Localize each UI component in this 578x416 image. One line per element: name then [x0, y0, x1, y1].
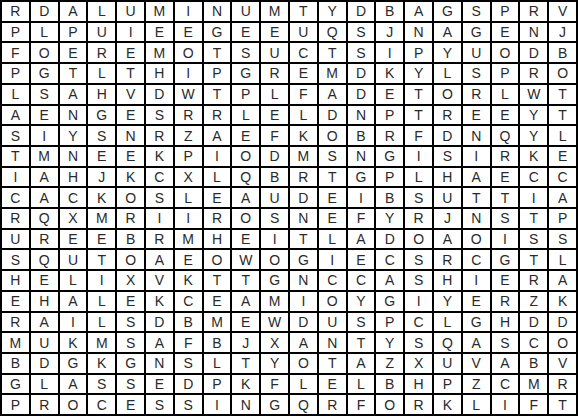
grid-cell[interactable]: E	[116, 105, 145, 126]
grid-cell[interactable]: A	[433, 229, 462, 250]
grid-cell[interactable]: L	[203, 167, 232, 188]
grid-cell[interactable]: G	[1, 374, 30, 395]
grid-cell[interactable]: I	[289, 291, 318, 312]
grid-cell[interactable]: K	[519, 146, 548, 167]
grid-cell[interactable]: F	[404, 125, 433, 146]
grid-cell[interactable]: I	[203, 394, 232, 415]
grid-cell[interactable]: N	[318, 332, 347, 353]
grid-cell[interactable]: O	[548, 332, 577, 353]
grid-cell[interactable]: B	[174, 312, 203, 333]
grid-cell[interactable]: P	[203, 374, 232, 395]
grid-cell[interactable]: N	[116, 125, 145, 146]
grid-cell[interactable]: M	[519, 374, 548, 395]
grid-cell[interactable]: R	[318, 394, 347, 415]
grid-cell[interactable]: S	[116, 332, 145, 353]
grid-cell[interactable]: U	[462, 42, 491, 63]
grid-cell[interactable]: E	[318, 208, 347, 229]
grid-cell[interactable]: R	[375, 125, 404, 146]
grid-cell[interactable]: D	[347, 1, 376, 22]
grid-cell[interactable]: E	[318, 187, 347, 208]
grid-cell[interactable]: T	[87, 249, 116, 270]
grid-cell[interactable]: T	[318, 42, 347, 63]
grid-cell[interactable]: U	[260, 187, 289, 208]
grid-cell[interactable]: F	[347, 394, 376, 415]
grid-cell[interactable]: C	[462, 249, 491, 270]
grid-cell[interactable]: T	[231, 353, 260, 374]
grid-cell[interactable]: J	[433, 208, 462, 229]
grid-cell[interactable]: R	[1, 312, 30, 333]
grid-cell[interactable]: O	[260, 249, 289, 270]
grid-cell[interactable]: E	[203, 291, 232, 312]
grid-cell[interactable]: B	[375, 187, 404, 208]
grid-cell[interactable]: J	[375, 22, 404, 43]
grid-cell[interactable]: P	[375, 312, 404, 333]
grid-cell[interactable]: I	[462, 270, 491, 291]
grid-cell[interactable]: Z	[462, 374, 491, 395]
grid-cell[interactable]: L	[462, 394, 491, 415]
grid-cell[interactable]: E	[318, 374, 347, 395]
grid-cell[interactable]: S	[491, 332, 520, 353]
grid-cell[interactable]: S	[145, 105, 174, 126]
grid-cell[interactable]: J	[87, 167, 116, 188]
grid-cell[interactable]: L	[548, 125, 577, 146]
grid-cell[interactable]: L	[87, 1, 116, 22]
grid-cell[interactable]: T	[404, 105, 433, 126]
grid-cell[interactable]: S	[116, 312, 145, 333]
grid-cell[interactable]: D	[318, 105, 347, 126]
grid-cell[interactable]: D	[375, 229, 404, 250]
grid-cell[interactable]: C	[404, 312, 433, 333]
grid-cell[interactable]: M	[87, 208, 116, 229]
grid-cell[interactable]: N	[145, 353, 174, 374]
grid-cell[interactable]: N	[59, 105, 88, 126]
grid-cell[interactable]: Z	[519, 291, 548, 312]
grid-cell[interactable]: W	[231, 249, 260, 270]
grid-cell[interactable]: A	[347, 229, 376, 250]
grid-cell[interactable]: N	[289, 270, 318, 291]
grid-cell[interactable]: I	[260, 229, 289, 250]
grid-cell[interactable]: B	[203, 332, 232, 353]
grid-cell[interactable]: T	[231, 270, 260, 291]
grid-cell[interactable]: S	[404, 187, 433, 208]
grid-cell[interactable]: R	[491, 291, 520, 312]
grid-cell[interactable]: L	[347, 374, 376, 395]
grid-cell[interactable]: A	[145, 249, 174, 270]
grid-cell[interactable]: W	[260, 312, 289, 333]
grid-cell[interactable]: L	[87, 291, 116, 312]
grid-cell[interactable]: E	[289, 63, 318, 84]
grid-cell[interactable]: B	[116, 229, 145, 250]
grid-cell[interactable]: U	[318, 312, 347, 333]
grid-cell[interactable]: A	[231, 291, 260, 312]
grid-cell[interactable]: E	[203, 187, 232, 208]
grid-cell[interactable]: Y	[433, 42, 462, 63]
grid-cell[interactable]: D	[145, 312, 174, 333]
grid-cell[interactable]: T	[203, 84, 232, 105]
grid-cell[interactable]: N	[519, 22, 548, 43]
grid-cell[interactable]: T	[116, 63, 145, 84]
grid-cell[interactable]: R	[289, 167, 318, 188]
grid-cell[interactable]: U	[433, 353, 462, 374]
grid-cell[interactable]: M	[87, 332, 116, 353]
grid-cell[interactable]: P	[433, 374, 462, 395]
grid-cell[interactable]: N	[231, 394, 260, 415]
grid-cell[interactable]: O	[174, 42, 203, 63]
grid-cell[interactable]: D	[347, 63, 376, 84]
grid-cell[interactable]: G	[347, 167, 376, 188]
grid-cell[interactable]: V	[548, 353, 577, 374]
grid-cell[interactable]: P	[1, 22, 30, 43]
grid-cell[interactable]: O	[433, 84, 462, 105]
grid-cell[interactable]: L	[491, 84, 520, 105]
grid-cell[interactable]: Y	[519, 125, 548, 146]
grid-cell[interactable]: P	[174, 146, 203, 167]
grid-cell[interactable]: N	[203, 1, 232, 22]
grid-cell[interactable]: X	[260, 332, 289, 353]
grid-cell[interactable]: L	[289, 374, 318, 395]
grid-cell[interactable]: E	[174, 22, 203, 43]
grid-cell[interactable]: G	[231, 63, 260, 84]
grid-cell[interactable]: T	[59, 63, 88, 84]
grid-cell[interactable]: V	[145, 270, 174, 291]
grid-cell[interactable]: R	[174, 105, 203, 126]
grid-cell[interactable]: E	[30, 105, 59, 126]
grid-cell[interactable]: U	[433, 187, 462, 208]
grid-cell[interactable]: H	[404, 374, 433, 395]
grid-cell[interactable]: I	[174, 208, 203, 229]
grid-cell[interactable]: M	[174, 229, 203, 250]
grid-cell[interactable]: T	[491, 187, 520, 208]
grid-cell[interactable]: C	[1, 187, 30, 208]
grid-cell[interactable]: R	[87, 42, 116, 63]
grid-cell[interactable]: O	[491, 42, 520, 63]
grid-cell[interactable]: F	[174, 332, 203, 353]
grid-cell[interactable]: R	[145, 229, 174, 250]
grid-cell[interactable]: S	[145, 187, 174, 208]
grid-cell[interactable]: M	[289, 146, 318, 167]
grid-cell[interactable]: B	[260, 167, 289, 188]
grid-cell[interactable]: T	[318, 353, 347, 374]
grid-cell[interactable]: Q	[318, 22, 347, 43]
grid-cell[interactable]: H	[433, 270, 462, 291]
grid-cell[interactable]: L	[404, 167, 433, 188]
grid-cell[interactable]: Q	[433, 332, 462, 353]
grid-cell[interactable]: A	[1, 105, 30, 126]
grid-cell[interactable]: A	[30, 167, 59, 188]
grid-cell[interactable]: T	[548, 394, 577, 415]
grid-cell[interactable]: T	[289, 229, 318, 250]
grid-cell[interactable]: L	[231, 105, 260, 126]
grid-cell[interactable]: M	[318, 63, 347, 84]
grid-cell[interactable]: S	[404, 249, 433, 270]
grid-cell[interactable]: H	[145, 63, 174, 84]
grid-cell[interactable]: E	[231, 22, 260, 43]
grid-cell[interactable]: C	[318, 270, 347, 291]
grid-cell[interactable]: L	[433, 312, 462, 333]
grid-cell[interactable]: Y	[433, 291, 462, 312]
grid-cell[interactable]: U	[1, 229, 30, 250]
grid-cell[interactable]: P	[1, 394, 30, 415]
grid-cell[interactable]: J	[548, 22, 577, 43]
grid-cell[interactable]: D	[519, 312, 548, 333]
grid-cell[interactable]: L	[318, 229, 347, 250]
grid-cell[interactable]: S	[260, 208, 289, 229]
grid-cell[interactable]: T	[347, 332, 376, 353]
grid-cell[interactable]: R	[404, 394, 433, 415]
grid-cell[interactable]: A	[491, 353, 520, 374]
grid-cell[interactable]: M	[260, 291, 289, 312]
grid-cell[interactable]: N	[462, 125, 491, 146]
grid-cell[interactable]: D	[289, 312, 318, 333]
grid-cell[interactable]: S	[87, 374, 116, 395]
grid-cell[interactable]: S	[347, 312, 376, 333]
grid-cell[interactable]: E	[145, 22, 174, 43]
grid-cell[interactable]: D	[30, 353, 59, 374]
grid-cell[interactable]: D	[519, 42, 548, 63]
grid-cell[interactable]: S	[30, 84, 59, 105]
grid-cell[interactable]: K	[59, 332, 88, 353]
grid-cell[interactable]: E	[491, 22, 520, 43]
grid-cell[interactable]: S	[433, 146, 462, 167]
grid-cell[interactable]: G	[30, 63, 59, 84]
grid-cell[interactable]: D	[433, 125, 462, 146]
grid-cell[interactable]: P	[1, 63, 30, 84]
grid-cell[interactable]: R	[491, 146, 520, 167]
grid-cell[interactable]: S	[145, 394, 174, 415]
grid-cell[interactable]: M	[145, 1, 174, 22]
grid-cell[interactable]: E	[87, 229, 116, 250]
grid-cell[interactable]: C	[491, 374, 520, 395]
grid-cell[interactable]: C	[87, 394, 116, 415]
grid-cell[interactable]: L	[59, 270, 88, 291]
grid-cell[interactable]: B	[1, 353, 30, 374]
grid-cell[interactable]: R	[519, 1, 548, 22]
grid-cell[interactable]: H	[87, 84, 116, 105]
grid-cell[interactable]: G	[462, 22, 491, 43]
grid-cell[interactable]: I	[491, 229, 520, 250]
grid-cell[interactable]: Q	[491, 125, 520, 146]
grid-cell[interactable]: A	[347, 353, 376, 374]
grid-cell[interactable]: A	[462, 332, 491, 353]
grid-cell[interactable]: A	[59, 1, 88, 22]
grid-cell[interactable]: I	[347, 187, 376, 208]
grid-cell[interactable]: A	[59, 374, 88, 395]
grid-cell[interactable]: K	[433, 394, 462, 415]
grid-cell[interactable]: F	[347, 208, 376, 229]
grid-cell[interactable]: S	[174, 353, 203, 374]
grid-cell[interactable]: R	[145, 125, 174, 146]
grid-cell[interactable]: O	[318, 291, 347, 312]
grid-cell[interactable]: R	[203, 105, 232, 126]
grid-cell[interactable]: U	[87, 22, 116, 43]
grid-cell[interactable]: O	[289, 353, 318, 374]
grid-cell[interactable]: O	[30, 42, 59, 63]
grid-cell[interactable]: S	[87, 125, 116, 146]
grid-cell[interactable]: O	[231, 146, 260, 167]
grid-cell[interactable]: X	[59, 208, 88, 229]
grid-cell[interactable]: S	[548, 229, 577, 250]
grid-cell[interactable]: I	[174, 1, 203, 22]
grid-cell[interactable]: C	[347, 270, 376, 291]
grid-cell[interactable]: V	[548, 1, 577, 22]
grid-cell[interactable]: R	[519, 270, 548, 291]
grid-cell[interactable]: R	[116, 208, 145, 229]
grid-cell[interactable]: E	[116, 394, 145, 415]
grid-cell[interactable]: M	[1, 332, 30, 353]
grid-cell[interactable]: T	[462, 187, 491, 208]
grid-cell[interactable]: R	[30, 394, 59, 415]
grid-cell[interactable]: G	[116, 353, 145, 374]
grid-cell[interactable]: A	[59, 84, 88, 105]
grid-cell[interactable]: P	[491, 1, 520, 22]
grid-cell[interactable]: L	[1, 84, 30, 105]
grid-cell[interactable]: Y	[318, 1, 347, 22]
grid-cell[interactable]: I	[491, 394, 520, 415]
grid-cell[interactable]: W	[174, 84, 203, 105]
grid-cell[interactable]: K	[231, 374, 260, 395]
grid-cell[interactable]: B	[375, 1, 404, 22]
grid-cell[interactable]: E	[30, 270, 59, 291]
grid-cell[interactable]: S	[462, 1, 491, 22]
grid-cell[interactable]: C	[519, 167, 548, 188]
grid-cell[interactable]: E	[491, 270, 520, 291]
grid-cell[interactable]: M	[203, 312, 232, 333]
grid-cell[interactable]: X	[404, 353, 433, 374]
grid-cell[interactable]: D	[260, 146, 289, 167]
grid-cell[interactable]: G	[433, 1, 462, 22]
grid-cell[interactable]: S	[519, 229, 548, 250]
grid-cell[interactable]: B	[347, 125, 376, 146]
grid-cell[interactable]: V	[116, 84, 145, 105]
grid-cell[interactable]: G	[375, 146, 404, 167]
grid-cell[interactable]: I	[519, 187, 548, 208]
grid-cell[interactable]: Z	[375, 353, 404, 374]
grid-cell[interactable]: Y	[59, 125, 88, 146]
grid-cell[interactable]: D	[145, 84, 174, 105]
grid-cell[interactable]: O	[375, 394, 404, 415]
grid-cell[interactable]: K	[145, 291, 174, 312]
grid-cell[interactable]: G	[462, 312, 491, 333]
grid-cell[interactable]: T	[203, 42, 232, 63]
grid-cell[interactable]: E	[462, 105, 491, 126]
grid-cell[interactable]: L	[260, 84, 289, 105]
grid-cell[interactable]: A	[548, 270, 577, 291]
grid-cell[interactable]: F	[260, 125, 289, 146]
grid-cell[interactable]: Y	[375, 208, 404, 229]
grid-cell[interactable]: K	[174, 270, 203, 291]
grid-cell[interactable]: Y	[347, 291, 376, 312]
grid-cell[interactable]: T	[318, 167, 347, 188]
grid-cell[interactable]: E	[347, 249, 376, 270]
grid-cell[interactable]: E	[116, 42, 145, 63]
grid-cell[interactable]: F	[519, 394, 548, 415]
grid-cell[interactable]: R	[433, 105, 462, 126]
grid-cell[interactable]: O	[116, 249, 145, 270]
grid-cell[interactable]: S	[491, 208, 520, 229]
grid-cell[interactable]: P	[203, 63, 232, 84]
grid-cell[interactable]: H	[30, 291, 59, 312]
grid-cell[interactable]: A	[433, 22, 462, 43]
grid-cell[interactable]: C	[59, 187, 88, 208]
grid-cell[interactable]: R	[203, 208, 232, 229]
grid-cell[interactable]: G	[203, 22, 232, 43]
grid-cell[interactable]: W	[519, 84, 548, 105]
grid-cell[interactable]: A	[462, 167, 491, 188]
grid-cell[interactable]: D	[347, 84, 376, 105]
grid-cell[interactable]: Q	[231, 167, 260, 188]
grid-cell[interactable]: L	[30, 22, 59, 43]
grid-cell[interactable]: E	[462, 291, 491, 312]
grid-cell[interactable]: K	[116, 167, 145, 188]
grid-cell[interactable]: S	[1, 125, 30, 146]
grid-cell[interactable]: E	[231, 229, 260, 250]
grid-cell[interactable]: P	[231, 84, 260, 105]
grid-cell[interactable]: P	[59, 22, 88, 43]
grid-cell[interactable]: L	[203, 353, 232, 374]
grid-cell[interactable]: I	[116, 22, 145, 43]
grid-cell[interactable]: E	[174, 249, 203, 270]
grid-cell[interactable]: Q	[289, 394, 318, 415]
grid-cell[interactable]: M	[260, 1, 289, 22]
grid-cell[interactable]: E	[145, 374, 174, 395]
grid-cell[interactable]: E	[116, 146, 145, 167]
grid-cell[interactable]: B	[519, 353, 548, 374]
grid-cell[interactable]: R	[462, 84, 491, 105]
grid-cell[interactable]: N	[347, 146, 376, 167]
grid-cell[interactable]: O	[404, 229, 433, 250]
grid-cell[interactable]: Y	[375, 332, 404, 353]
grid-cell[interactable]: L	[289, 105, 318, 126]
grid-cell[interactable]: K	[145, 146, 174, 167]
grid-cell[interactable]: U	[289, 22, 318, 43]
grid-cell[interactable]: C	[519, 332, 548, 353]
grid-cell[interactable]: S	[318, 146, 347, 167]
grid-cell[interactable]: Y	[404, 63, 433, 84]
grid-cell[interactable]: R	[1, 208, 30, 229]
grid-cell[interactable]: K	[87, 187, 116, 208]
grid-cell[interactable]: F	[1, 42, 30, 63]
grid-cell[interactable]: T	[519, 208, 548, 229]
grid-cell[interactable]: U	[59, 249, 88, 270]
grid-cell[interactable]: L	[30, 374, 59, 395]
grid-cell[interactable]: U	[260, 42, 289, 63]
grid-cell[interactable]: C	[145, 167, 174, 188]
grid-cell[interactable]: O	[231, 208, 260, 229]
grid-cell[interactable]: I	[30, 125, 59, 146]
grid-cell[interactable]: D	[174, 374, 203, 395]
grid-cell[interactable]: R	[548, 374, 577, 395]
grid-cell[interactable]: S	[347, 22, 376, 43]
grid-cell[interactable]: L	[174, 187, 203, 208]
grid-cell[interactable]: S	[347, 42, 376, 63]
grid-cell[interactable]: S	[404, 270, 433, 291]
grid-cell[interactable]: L	[548, 249, 577, 270]
grid-cell[interactable]: F	[260, 374, 289, 395]
grid-cell[interactable]: L	[87, 63, 116, 84]
grid-cell[interactable]: S	[174, 394, 203, 415]
grid-cell[interactable]: R	[1, 1, 30, 22]
grid-cell[interactable]: R	[260, 63, 289, 84]
grid-cell[interactable]: H	[1, 270, 30, 291]
grid-cell[interactable]: C	[174, 291, 203, 312]
grid-cell[interactable]: G	[375, 291, 404, 312]
grid-cell[interactable]: I	[145, 208, 174, 229]
grid-cell[interactable]: R	[433, 249, 462, 270]
grid-cell[interactable]: R	[404, 208, 433, 229]
grid-cell[interactable]: G	[59, 353, 88, 374]
grid-cell[interactable]: O	[548, 63, 577, 84]
grid-cell[interactable]: O	[203, 249, 232, 270]
